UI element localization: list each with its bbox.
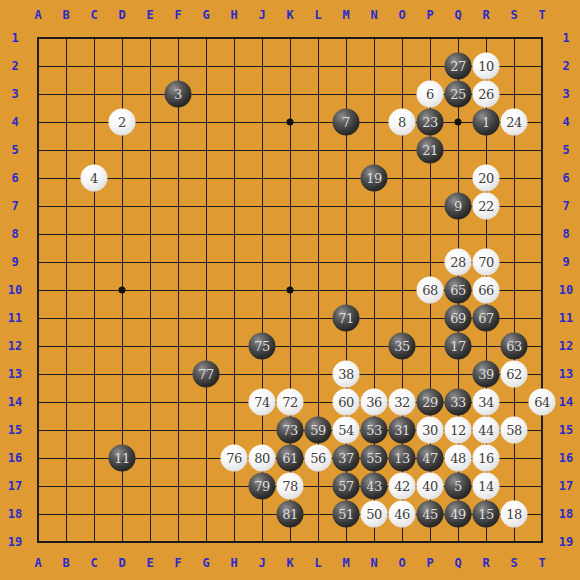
coord-right-12: 12 xyxy=(559,340,573,352)
coord-top-C: C xyxy=(90,9,97,21)
stone-black-3-F3[interactable]: 3 xyxy=(165,81,192,108)
coord-right-7: 7 xyxy=(562,200,569,212)
coord-bottom-L: L xyxy=(314,557,321,569)
coord-top-R: R xyxy=(482,9,489,21)
stone-white-80-J16[interactable]: 80 xyxy=(249,445,276,472)
stone-white-72-K14[interactable]: 72 xyxy=(277,389,304,416)
coord-left-12: 12 xyxy=(8,340,22,352)
stone-black-47-P16[interactable]: 47 xyxy=(417,445,444,472)
coord-bottom-T: T xyxy=(538,557,545,569)
stone-white-46-O18[interactable]: 46 xyxy=(389,501,416,528)
coord-bottom-D: D xyxy=(118,557,125,569)
stone-white-60-M14[interactable]: 60 xyxy=(333,389,360,416)
coord-top-H: H xyxy=(230,9,237,21)
coord-right-16: 16 xyxy=(559,452,573,464)
coord-bottom-Q: Q xyxy=(454,557,461,569)
coord-right-10: 10 xyxy=(559,284,573,296)
coord-bottom-R: R xyxy=(482,557,489,569)
coord-right-3: 3 xyxy=(562,88,569,100)
stone-white-8-O4[interactable]: 8 xyxy=(389,109,416,136)
stone-black-19-N6[interactable]: 19 xyxy=(361,165,388,192)
coord-top-L: L xyxy=(314,9,321,21)
stone-black-77-G13[interactable]: 77 xyxy=(193,361,220,388)
stone-white-74-J14[interactable]: 74 xyxy=(249,389,276,416)
stone-white-62-S13[interactable]: 62 xyxy=(501,361,528,388)
coord-bottom-A: A xyxy=(34,557,41,569)
stone-black-53-N15[interactable]: 53 xyxy=(361,417,388,444)
stone-black-57-M17[interactable]: 57 xyxy=(333,473,360,500)
stone-white-28-Q9[interactable]: 28 xyxy=(445,249,472,276)
coord-right-1: 1 xyxy=(562,32,569,44)
coord-right-11: 11 xyxy=(559,312,573,324)
coord-left-15: 15 xyxy=(8,424,22,436)
coord-top-D: D xyxy=(118,9,125,21)
stone-black-7-M4[interactable]: 7 xyxy=(333,109,360,136)
stone-white-54-M15[interactable]: 54 xyxy=(333,417,360,444)
coord-left-19: 19 xyxy=(8,536,22,548)
stone-black-73-K15[interactable]: 73 xyxy=(277,417,304,444)
coord-bottom-F: F xyxy=(174,557,181,569)
coord-bottom-B: B xyxy=(62,557,69,569)
stone-black-71-M11[interactable]: 71 xyxy=(333,305,360,332)
coord-bottom-E: E xyxy=(146,557,153,569)
star-point-Q4 xyxy=(455,119,462,126)
stone-black-15-R18[interactable]: 15 xyxy=(473,501,500,528)
stone-black-75-J12[interactable]: 75 xyxy=(249,333,276,360)
coord-right-19: 19 xyxy=(559,536,573,548)
stone-white-18-S18[interactable]: 18 xyxy=(501,501,528,528)
stone-black-5-Q17[interactable]: 5 xyxy=(445,473,472,500)
stone-white-78-K17[interactable]: 78 xyxy=(277,473,304,500)
stone-white-64-T14[interactable]: 64 xyxy=(529,389,556,416)
stone-white-4-C6[interactable]: 4 xyxy=(81,165,108,192)
stone-black-29-P14[interactable]: 29 xyxy=(417,389,444,416)
coord-left-2: 2 xyxy=(11,60,18,72)
stone-white-36-N14[interactable]: 36 xyxy=(361,389,388,416)
coord-top-K: K xyxy=(286,9,293,21)
star-point-K10 xyxy=(287,287,294,294)
coord-top-E: E xyxy=(146,9,153,21)
coord-right-13: 13 xyxy=(559,368,573,380)
coord-bottom-O: O xyxy=(398,557,405,569)
stone-white-6-P3[interactable]: 6 xyxy=(417,81,444,108)
stone-white-42-O17[interactable]: 42 xyxy=(389,473,416,500)
stone-white-50-N18[interactable]: 50 xyxy=(361,501,388,528)
coord-top-S: S xyxy=(510,9,517,21)
coord-bottom-G: G xyxy=(202,557,209,569)
stone-white-22-R7[interactable]: 22 xyxy=(473,193,500,220)
stone-black-45-P18[interactable]: 45 xyxy=(417,501,444,528)
coord-right-17: 17 xyxy=(559,480,573,492)
stone-black-33-Q14[interactable]: 33 xyxy=(445,389,472,416)
stone-white-70-R9[interactable]: 70 xyxy=(473,249,500,276)
coord-left-8: 8 xyxy=(11,228,18,240)
stone-black-25-Q3[interactable]: 25 xyxy=(445,81,472,108)
coord-bottom-K: K xyxy=(286,557,293,569)
stone-black-55-N16[interactable]: 55 xyxy=(361,445,388,472)
coord-left-9: 9 xyxy=(11,256,18,268)
stone-black-51-M18[interactable]: 51 xyxy=(333,501,360,528)
coord-bottom-H: H xyxy=(230,557,237,569)
coord-left-16: 16 xyxy=(8,452,22,464)
stone-white-44-R15[interactable]: 44 xyxy=(473,417,500,444)
star-point-D10 xyxy=(119,287,126,294)
coord-bottom-C: C xyxy=(90,557,97,569)
coord-right-8: 8 xyxy=(562,228,569,240)
stone-black-9-Q7[interactable]: 9 xyxy=(445,193,472,220)
stone-black-27-Q2[interactable]: 27 xyxy=(445,53,472,80)
coord-right-15: 15 xyxy=(559,424,573,436)
stone-white-10-R2[interactable]: 10 xyxy=(473,53,500,80)
coord-right-6: 6 xyxy=(562,172,569,184)
stone-black-21-P5[interactable]: 21 xyxy=(417,137,444,164)
stone-black-61-K16[interactable]: 61 xyxy=(277,445,304,472)
stone-white-30-P15[interactable]: 30 xyxy=(417,417,444,444)
star-point-K4 xyxy=(287,119,294,126)
coord-top-F: F xyxy=(174,9,181,21)
stone-white-24-S4[interactable]: 24 xyxy=(501,109,528,136)
stone-black-31-O15[interactable]: 31 xyxy=(389,417,416,444)
stone-black-39-R13[interactable]: 39 xyxy=(473,361,500,388)
stone-black-69-Q11[interactable]: 69 xyxy=(445,305,472,332)
coord-bottom-S: S xyxy=(510,557,517,569)
stone-white-16-R16[interactable]: 16 xyxy=(473,445,500,472)
coord-top-O: O xyxy=(398,9,405,21)
coord-top-J: J xyxy=(258,9,265,21)
stone-black-37-M16[interactable]: 37 xyxy=(333,445,360,472)
coord-top-M: M xyxy=(342,9,349,21)
stone-white-48-Q16[interactable]: 48 xyxy=(445,445,472,472)
coord-left-6: 6 xyxy=(11,172,18,184)
coord-right-14: 14 xyxy=(559,396,573,408)
stone-black-81-K18[interactable]: 81 xyxy=(277,501,304,528)
coord-top-N: N xyxy=(370,9,377,21)
stone-black-35-O12[interactable]: 35 xyxy=(389,333,416,360)
coord-left-1: 1 xyxy=(11,32,18,44)
stone-white-68-P10[interactable]: 68 xyxy=(417,277,444,304)
stone-white-58-S15[interactable]: 58 xyxy=(501,417,528,444)
stone-black-79-J17[interactable]: 79 xyxy=(249,473,276,500)
stone-white-14-R17[interactable]: 14 xyxy=(473,473,500,500)
coord-left-18: 18 xyxy=(8,508,22,520)
coord-bottom-N: N xyxy=(370,557,377,569)
stone-white-76-H16[interactable]: 76 xyxy=(221,445,248,472)
stone-black-63-S12[interactable]: 63 xyxy=(501,333,528,360)
coord-top-A: A xyxy=(34,9,41,21)
stone-white-12-Q15[interactable]: 12 xyxy=(445,417,472,444)
coord-left-3: 3 xyxy=(11,88,18,100)
coord-top-P: P xyxy=(426,9,433,21)
coord-right-9: 9 xyxy=(562,256,569,268)
coord-top-T: T xyxy=(538,9,545,21)
coord-left-10: 10 xyxy=(8,284,22,296)
stone-black-1-R4[interactable]: 1 xyxy=(473,109,500,136)
stone-black-49-Q18[interactable]: 49 xyxy=(445,501,472,528)
stone-black-17-Q12[interactable]: 17 xyxy=(445,333,472,360)
stone-black-43-N17[interactable]: 43 xyxy=(361,473,388,500)
coord-bottom-J: J xyxy=(258,557,265,569)
coord-top-Q: Q xyxy=(454,9,461,21)
coord-right-4: 4 xyxy=(562,116,569,128)
coord-right-2: 2 xyxy=(562,60,569,72)
coord-left-4: 4 xyxy=(11,116,18,128)
coord-left-5: 5 xyxy=(11,144,18,156)
coord-left-14: 14 xyxy=(8,396,22,408)
coord-left-11: 11 xyxy=(8,312,22,324)
stone-black-59-L15[interactable]: 59 xyxy=(305,417,332,444)
stone-white-2-D4[interactable]: 2 xyxy=(109,109,136,136)
stone-white-40-P17[interactable]: 40 xyxy=(417,473,444,500)
stone-white-34-R14[interactable]: 34 xyxy=(473,389,500,416)
stone-white-66-R10[interactable]: 66 xyxy=(473,277,500,304)
stone-white-56-L16[interactable]: 56 xyxy=(305,445,332,472)
coord-bottom-P: P xyxy=(426,557,433,569)
stone-white-20-R6[interactable]: 20 xyxy=(473,165,500,192)
stone-white-32-O14[interactable]: 32 xyxy=(389,389,416,416)
stone-black-23-P4[interactable]: 23 xyxy=(417,109,444,136)
stone-black-13-O16[interactable]: 13 xyxy=(389,445,416,472)
grid-line-horizontal xyxy=(38,374,542,375)
stone-white-26-R3[interactable]: 26 xyxy=(473,81,500,108)
go-board[interactable]: AABBCCDDEEFFGGHHJJKKLLMMNNOOPPQQRRSSTT11… xyxy=(0,0,580,580)
stone-black-11-D16[interactable]: 11 xyxy=(109,445,136,472)
coord-left-17: 17 xyxy=(8,480,22,492)
stone-black-67-R11[interactable]: 67 xyxy=(473,305,500,332)
coord-bottom-M: M xyxy=(342,557,349,569)
coord-left-7: 7 xyxy=(11,200,18,212)
coord-top-B: B xyxy=(62,9,69,21)
coord-right-5: 5 xyxy=(562,144,569,156)
stone-black-65-Q10[interactable]: 65 xyxy=(445,277,472,304)
coord-right-18: 18 xyxy=(559,508,573,520)
stone-white-38-M13[interactable]: 38 xyxy=(333,361,360,388)
coord-top-G: G xyxy=(202,9,209,21)
coord-left-13: 13 xyxy=(8,368,22,380)
